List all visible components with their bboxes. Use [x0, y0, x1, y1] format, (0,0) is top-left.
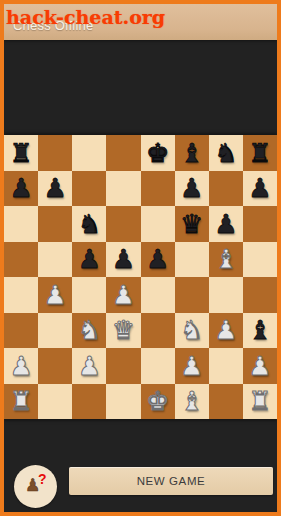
- piece-black-pawn[interactable]: ♟: [146, 246, 169, 272]
- square-e1[interactable]: ♚: [141, 384, 175, 420]
- piece-black-bishop[interactable]: ♝: [248, 317, 271, 343]
- square-g5[interactable]: ♝: [209, 242, 243, 278]
- square-f7[interactable]: ♟: [175, 171, 209, 207]
- square-e7[interactable]: [141, 171, 175, 207]
- piece-white-rook[interactable]: ♜: [9, 388, 32, 414]
- piece-white-bishop[interactable]: ♝: [214, 246, 237, 272]
- square-h3[interactable]: ♝: [243, 313, 277, 349]
- square-e8[interactable]: ♚: [141, 135, 175, 171]
- square-a5[interactable]: [4, 242, 38, 278]
- new-game-button[interactable]: NEW GAME: [69, 467, 273, 495]
- piece-black-bishop[interactable]: ♝: [180, 140, 203, 166]
- square-a8[interactable]: ♜: [4, 135, 38, 171]
- square-c6[interactable]: ♞: [72, 206, 106, 242]
- square-e5[interactable]: ♟: [141, 242, 175, 278]
- square-g7[interactable]: [209, 171, 243, 207]
- square-h2[interactable]: ♟: [243, 348, 277, 384]
- square-h5[interactable]: [243, 242, 277, 278]
- square-c1[interactable]: [72, 384, 106, 420]
- square-g1[interactable]: [209, 384, 243, 420]
- square-a1[interactable]: ♜: [4, 384, 38, 420]
- piece-black-pawn[interactable]: ♟: [112, 246, 135, 272]
- piece-white-pawn[interactable]: ♟: [214, 317, 237, 343]
- piece-white-pawn[interactable]: ♟: [78, 353, 101, 379]
- piece-black-pawn[interactable]: ♟: [214, 211, 237, 237]
- square-c7[interactable]: [72, 171, 106, 207]
- square-h4[interactable]: [243, 277, 277, 313]
- piece-white-rook[interactable]: ♜: [248, 388, 271, 414]
- square-f2[interactable]: ♟: [175, 348, 209, 384]
- square-e6[interactable]: [141, 206, 175, 242]
- app-title: Chess Offline: [13, 18, 93, 33]
- square-e2[interactable]: [141, 348, 175, 384]
- square-b5[interactable]: [38, 242, 72, 278]
- piece-white-knight[interactable]: ♞: [180, 317, 203, 343]
- piece-white-pawn[interactable]: ♟: [9, 353, 32, 379]
- square-d8[interactable]: [106, 135, 140, 171]
- piece-black-pawn[interactable]: ♟: [44, 175, 67, 201]
- square-b2[interactable]: [38, 348, 72, 384]
- piece-black-rook[interactable]: ♜: [248, 140, 271, 166]
- chess-board[interactable]: ♜♚♝♞♜♟♟♟♟♞♛♟♟♟♟♝♟♟♞♛♞♟♝♟♟♟♟♜♚♝♜: [4, 135, 277, 419]
- square-f5[interactable]: [175, 242, 209, 278]
- square-g8[interactable]: ♞: [209, 135, 243, 171]
- square-f1[interactable]: ♝: [175, 384, 209, 420]
- square-d6[interactable]: [106, 206, 140, 242]
- piece-black-queen[interactable]: ♛: [180, 211, 203, 237]
- piece-black-knight[interactable]: ♞: [214, 140, 237, 166]
- square-f4[interactable]: [175, 277, 209, 313]
- square-g3[interactable]: ♟: [209, 313, 243, 349]
- square-b6[interactable]: [38, 206, 72, 242]
- piece-white-king[interactable]: ♚: [146, 388, 169, 414]
- app-bar: Chess Offline: [4, 4, 277, 40]
- square-b3[interactable]: [38, 313, 72, 349]
- piece-black-pawn[interactable]: ♟: [9, 175, 32, 201]
- square-h6[interactable]: [243, 206, 277, 242]
- square-c5[interactable]: ♟: [72, 242, 106, 278]
- piece-white-knight[interactable]: ♞: [78, 317, 101, 343]
- piece-white-pawn[interactable]: ♟: [248, 353, 271, 379]
- piece-white-pawn[interactable]: ♟: [44, 282, 67, 308]
- square-b8[interactable]: [38, 135, 72, 171]
- square-d4[interactable]: ♟: [106, 277, 140, 313]
- square-a3[interactable]: [4, 313, 38, 349]
- square-a2[interactable]: ♟: [4, 348, 38, 384]
- square-h8[interactable]: ♜: [243, 135, 277, 171]
- square-e4[interactable]: [141, 277, 175, 313]
- square-g2[interactable]: [209, 348, 243, 384]
- piece-black-pawn[interactable]: ♟: [248, 175, 271, 201]
- square-c4[interactable]: [72, 277, 106, 313]
- piece-white-queen[interactable]: ♛: [112, 317, 135, 343]
- square-b7[interactable]: ♟: [38, 171, 72, 207]
- square-f3[interactable]: ♞: [175, 313, 209, 349]
- square-b1[interactable]: [38, 384, 72, 420]
- square-g4[interactable]: [209, 277, 243, 313]
- square-g6[interactable]: ♟: [209, 206, 243, 242]
- square-c8[interactable]: [72, 135, 106, 171]
- square-f6[interactable]: ♛: [175, 206, 209, 242]
- piece-white-pawn[interactable]: ♟: [180, 353, 203, 379]
- question-mark-icon: ?: [38, 472, 47, 486]
- square-f8[interactable]: ♝: [175, 135, 209, 171]
- square-d5[interactable]: ♟: [106, 242, 140, 278]
- square-h7[interactable]: ♟: [243, 171, 277, 207]
- square-a6[interactable]: [4, 206, 38, 242]
- square-d7[interactable]: [106, 171, 140, 207]
- piece-black-knight[interactable]: ♞: [78, 211, 101, 237]
- square-b4[interactable]: ♟: [38, 277, 72, 313]
- square-d1[interactable]: [106, 384, 140, 420]
- app-screen: hack-cheat.org Chess Offline ♜♚♝♞♜♟♟♟♟♞♛…: [0, 0, 281, 516]
- hint-button[interactable]: ♟ ?: [14, 465, 57, 508]
- square-c3[interactable]: ♞: [72, 313, 106, 349]
- square-a7[interactable]: ♟: [4, 171, 38, 207]
- square-h1[interactable]: ♜: [243, 384, 277, 420]
- square-d3[interactable]: ♛: [106, 313, 140, 349]
- piece-white-bishop[interactable]: ♝: [180, 388, 203, 414]
- piece-white-pawn[interactable]: ♟: [112, 282, 135, 308]
- square-e3[interactable]: [141, 313, 175, 349]
- square-a4[interactable]: [4, 277, 38, 313]
- piece-black-pawn[interactable]: ♟: [180, 175, 203, 201]
- piece-black-rook[interactable]: ♜: [9, 140, 32, 166]
- square-d2[interactable]: [106, 348, 140, 384]
- piece-black-king[interactable]: ♚: [146, 140, 169, 166]
- square-c2[interactable]: ♟: [72, 348, 106, 384]
- piece-black-pawn[interactable]: ♟: [78, 246, 101, 272]
